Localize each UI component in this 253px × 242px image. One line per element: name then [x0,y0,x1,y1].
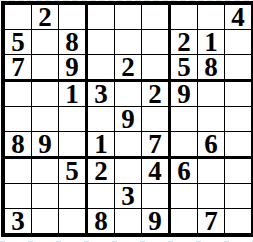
cell-r3c8[interactable]: 8 [198,55,224,79]
cell-r7c5[interactable] [115,159,141,183]
cell-r2c2[interactable] [32,30,58,54]
cell-r5c6[interactable] [142,107,168,131]
cell-r1c8[interactable] [198,5,224,29]
cell-r6c7[interactable] [171,132,197,156]
cell-r8c9[interactable] [225,184,251,208]
cell-r4c8[interactable] [198,82,224,106]
cell-r1c4[interactable] [88,5,114,29]
cell-r7c2[interactable] [32,159,58,183]
box-1-3: 42158 [171,5,251,79]
cell-r1c3[interactable] [59,5,85,29]
box-2-1: 189 [5,82,85,156]
box-2-3: 96 [171,82,251,156]
cell-r1c2[interactable]: 2 [32,5,58,29]
cell-r5c3[interactable] [59,107,85,131]
cell-r7c4[interactable]: 2 [88,159,114,183]
cell-r2c8[interactable]: 1 [198,30,224,54]
cell-r2c9[interactable] [225,30,251,54]
cell-r7c3[interactable]: 5 [59,159,85,183]
box-3-2: 24389 [88,159,168,233]
cell-r6c9[interactable] [225,132,251,156]
cell-r4c5[interactable] [115,82,141,106]
cell-r9c2[interactable] [32,209,58,233]
cell-r6c8[interactable]: 6 [198,132,224,156]
cell-r3c3[interactable]: 9 [59,55,85,79]
cell-r4c7[interactable]: 9 [171,82,197,106]
box-3-3: 67 [171,159,251,233]
cell-r8c5[interactable]: 3 [115,184,141,208]
cell-r1c1[interactable] [5,5,31,29]
cell-r5c5[interactable]: 9 [115,107,141,131]
cell-r4c3[interactable]: 1 [59,82,85,106]
cell-r1c9[interactable]: 4 [225,5,251,29]
cell-r7c1[interactable] [5,159,31,183]
cell-r6c1[interactable]: 8 [5,132,31,156]
cell-r6c6[interactable]: 7 [142,132,168,156]
cell-r5c4[interactable] [88,107,114,131]
cell-r4c4[interactable]: 3 [88,82,114,106]
cell-r2c6[interactable] [142,30,168,54]
cell-r3c2[interactable] [32,55,58,79]
cell-r8c1[interactable] [5,184,31,208]
sudoku-board-wrapper: 258792421581893291796532438967 [1,1,253,237]
cell-r5c2[interactable] [32,107,58,131]
cell-r4c1[interactable] [5,82,31,106]
cell-r2c5[interactable] [115,30,141,54]
cell-r6c5[interactable] [115,132,141,156]
cell-r3c5[interactable]: 2 [115,55,141,79]
cell-r2c7[interactable]: 2 [171,30,197,54]
box-3-1: 53 [5,159,85,233]
cell-r9c9[interactable] [225,209,251,233]
cell-r9c7[interactable] [171,209,197,233]
cell-r9c1[interactable]: 3 [5,209,31,233]
cell-r3c6[interactable] [142,55,168,79]
cell-r7c8[interactable] [198,159,224,183]
cell-r4c9[interactable] [225,82,251,106]
cell-r7c6[interactable]: 4 [142,159,168,183]
cell-r5c9[interactable] [225,107,251,131]
box-1-1: 25879 [5,5,85,79]
cell-r2c4[interactable] [88,30,114,54]
cell-r9c8[interactable]: 7 [198,209,224,233]
cell-r6c2[interactable]: 9 [32,132,58,156]
cell-r8c2[interactable] [32,184,58,208]
cell-r5c7[interactable] [171,107,197,131]
cell-r9c3[interactable] [59,209,85,233]
cell-r7c9[interactable] [225,159,251,183]
cell-r5c1[interactable] [5,107,31,131]
cell-r9c5[interactable] [115,209,141,233]
cell-r8c4[interactable] [88,184,114,208]
cell-r8c7[interactable] [171,184,197,208]
cell-r9c6[interactable]: 9 [142,209,168,233]
cell-r4c6[interactable]: 2 [142,82,168,106]
cell-r6c4[interactable]: 1 [88,132,114,156]
cell-r2c3[interactable]: 8 [59,30,85,54]
cell-r7c7[interactable]: 6 [171,159,197,183]
cell-r4c2[interactable] [32,82,58,106]
cell-r8c3[interactable] [59,184,85,208]
cell-r8c6[interactable] [142,184,168,208]
cell-r2c1[interactable]: 5 [5,30,31,54]
cell-r5c8[interactable] [198,107,224,131]
cell-r1c7[interactable] [171,5,197,29]
cell-r3c1[interactable]: 7 [5,55,31,79]
cell-r9c4[interactable]: 8 [88,209,114,233]
box-2-2: 32917 [88,82,168,156]
cell-r8c8[interactable] [198,184,224,208]
sudoku-board: 258792421581893291796532438967 [1,1,253,237]
cell-r1c5[interactable] [115,5,141,29]
cell-r3c4[interactable] [88,55,114,79]
cell-r1c6[interactable] [142,5,168,29]
cell-r3c9[interactable] [225,55,251,79]
cell-r3c7[interactable]: 5 [171,55,197,79]
box-1-2: 2 [88,5,168,79]
cell-r6c3[interactable] [59,132,85,156]
